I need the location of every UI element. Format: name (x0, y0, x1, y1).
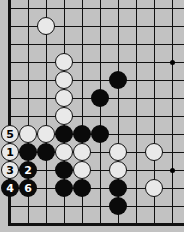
move-number-3: 3 (6, 164, 14, 175)
stone-black-E3 (73, 179, 91, 197)
stone-white-D8 (55, 89, 73, 107)
move-number-5: 5 (6, 128, 14, 139)
stone-white-J3 (145, 179, 163, 197)
stone-white-E4 (73, 161, 91, 179)
grid-line-horizontal (8, 8, 184, 9)
grid-line-vertical (136, 0, 137, 226)
stone-black-C5 (37, 143, 55, 161)
grid-line-vertical (100, 0, 101, 226)
stone-black-A3: 4 (1, 179, 19, 197)
star-point-K4 (170, 168, 175, 173)
stone-white-E5 (73, 143, 91, 161)
stone-white-C12 (37, 17, 55, 35)
move-number-6: 6 (24, 182, 32, 193)
grid-line-horizontal (8, 206, 184, 207)
stone-white-D10 (55, 53, 73, 71)
stone-black-D6 (55, 125, 73, 143)
stone-black-E6 (73, 125, 91, 143)
stone-black-F8 (91, 89, 109, 107)
move-number-2: 2 (24, 164, 32, 175)
stone-white-A6: 5 (1, 125, 19, 143)
stone-white-A4: 3 (1, 161, 19, 179)
stone-black-G2 (109, 197, 127, 215)
move-number-4: 4 (6, 182, 14, 193)
stone-white-C6 (37, 125, 55, 143)
stone-black-B5 (19, 143, 37, 161)
stone-white-D9 (55, 71, 73, 89)
board-bottom-edge-line (8, 223, 184, 226)
grid-line-horizontal (8, 26, 184, 27)
stone-white-D5 (55, 143, 73, 161)
stone-white-G4 (109, 161, 127, 179)
stone-white-D7 (55, 107, 73, 125)
grid-line-vertical (172, 0, 173, 226)
stone-black-D3 (55, 179, 73, 197)
stone-white-B6 (19, 125, 37, 143)
move-number-1: 1 (6, 146, 14, 157)
grid-line-horizontal (8, 116, 184, 117)
stone-black-D4 (55, 161, 73, 179)
stone-black-F6 (91, 125, 109, 143)
go-board: 513246 (0, 0, 184, 232)
stone-black-G9 (109, 71, 127, 89)
stone-white-A5: 1 (1, 143, 19, 161)
stone-black-B4: 2 (19, 161, 37, 179)
grid-line-horizontal (8, 44, 184, 45)
grid-line-horizontal (8, 80, 184, 81)
stone-white-J5 (145, 143, 163, 161)
stone-black-B3: 6 (19, 179, 37, 197)
stone-black-G3 (109, 179, 127, 197)
star-point-K10 (170, 60, 175, 65)
grid-line-horizontal (8, 62, 184, 63)
stone-white-G5 (109, 143, 127, 161)
